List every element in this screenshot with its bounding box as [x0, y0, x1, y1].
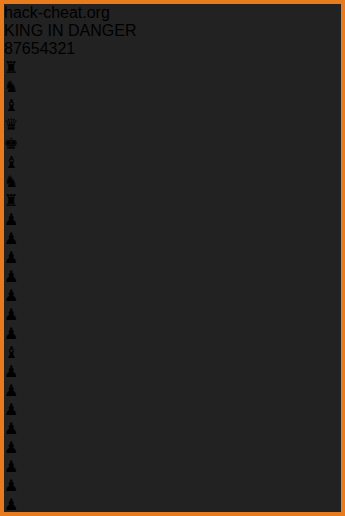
white-pawn-g2: ♟ — [4, 496, 18, 513]
square-e8[interactable]: ♚ — [4, 134, 341, 153]
black-knight-b8: ♞ — [4, 78, 18, 95]
rank-label-7: 7 — [13, 40, 22, 57]
square-h8[interactable]: ♜ — [4, 191, 341, 210]
square-c8[interactable]: ♝ — [4, 96, 341, 115]
square-e4[interactable]: ♟ — [4, 381, 341, 400]
white-pawn-f2: ♟ — [4, 477, 18, 494]
board-frame: KING IN DANGER 87654321 ♜♞♝♛♚♝♞♜♟♟♟♟♟♟♟♝… — [4, 22, 341, 516]
black-pawn-h7: ♟ — [4, 325, 18, 342]
square-f8[interactable]: ♝ — [4, 153, 341, 172]
square-b5[interactable]: ♝ — [4, 343, 341, 362]
square-g7[interactable]: ♟ — [4, 305, 341, 324]
square-b7[interactable]: ♟ — [4, 229, 341, 248]
black-pawn-f7: ♟ — [4, 287, 18, 304]
white-bishop-b5: ♝ — [4, 344, 18, 361]
square-f2[interactable]: ♟ — [4, 476, 341, 495]
square-d5[interactable]: ♟ — [4, 362, 341, 381]
black-rook-a8: ♜ — [4, 59, 18, 76]
square-g8[interactable]: ♞ — [4, 172, 341, 191]
black-queen-d8: ♛ — [4, 116, 18, 133]
rank-label-5: 5 — [31, 40, 40, 57]
square-e7[interactable]: ♟ — [4, 267, 341, 286]
white-pawn-a2: ♟ — [4, 401, 18, 418]
white-pawn-b2: ♟ — [4, 420, 18, 437]
black-king-e8: ♚ — [4, 135, 18, 152]
rank-label-8: 8 — [4, 40, 13, 57]
black-pawn-a7: ♟ — [4, 211, 18, 228]
square-b2[interactable]: ♟ — [4, 419, 341, 438]
square-b8[interactable]: ♞ — [4, 77, 341, 96]
app-screen: hack-cheat.org KING IN DANGER 87654321 ♜… — [0, 0, 345, 516]
white-pawn-d2: ♟ — [4, 458, 18, 475]
black-pawn-e7: ♟ — [4, 268, 18, 285]
black-pawn-g7: ♟ — [4, 306, 18, 323]
rank-labels-left: 87654321 — [4, 40, 341, 58]
black-knight-g8: ♞ — [4, 173, 18, 190]
square-g2[interactable]: ♟ — [4, 495, 341, 514]
square-c2[interactable]: ♟ — [4, 438, 341, 457]
rank-label-2: 2 — [57, 40, 66, 57]
white-pawn-c2: ♟ — [4, 439, 18, 456]
status-title: KING IN DANGER — [4, 22, 341, 40]
black-bishop-f8: ♝ — [4, 154, 18, 171]
square-a8[interactable]: ♜ — [4, 58, 341, 77]
black-pawn-b7: ♟ — [4, 230, 18, 247]
white-pawn-e4: ♟ — [4, 382, 18, 399]
chess-board: ♜♞♝♛♚♝♞♜♟♟♟♟♟♟♟♝♟♟♟♟♟♟♟♟♟♜♞♝♛♚♞♜ — [4, 58, 341, 516]
square-d8[interactable]: ♛ — [4, 115, 341, 134]
square-c7[interactable]: ♟ — [4, 248, 341, 267]
black-pawn-d5: ♟ — [4, 363, 18, 380]
black-rook-h8: ♜ — [4, 192, 18, 209]
square-a7[interactable]: ♟ — [4, 210, 341, 229]
black-pawn-c7: ♟ — [4, 249, 18, 266]
rank-label-1: 1 — [66, 40, 75, 57]
rank-label-4: 4 — [40, 40, 49, 57]
watermark-text: hack-cheat.org — [4, 4, 341, 22]
square-f7[interactable]: ♟ — [4, 286, 341, 305]
rank-label-6: 6 — [22, 40, 31, 57]
black-bishop-c8: ♝ — [4, 97, 18, 114]
square-h7[interactable]: ♟ — [4, 324, 341, 343]
square-a2[interactable]: ♟ — [4, 400, 341, 419]
square-d2[interactable]: ♟ — [4, 457, 341, 476]
